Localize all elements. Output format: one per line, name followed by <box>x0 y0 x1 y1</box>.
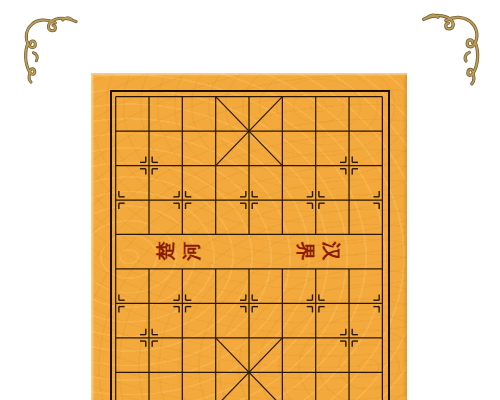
corner-flourish-right <box>418 12 484 87</box>
river-label-chu-he: 楚 河 <box>155 240 201 262</box>
page-background: 楚 河 界 汉 <box>0 0 500 400</box>
river-char: 河 <box>180 241 202 261</box>
corner-flourish-left <box>20 13 81 87</box>
river-char: 汉 <box>321 241 343 261</box>
river-label-han-jie: 界 汉 <box>296 240 342 262</box>
river-char: 界 <box>295 241 317 261</box>
flourish-icon <box>418 12 484 87</box>
river-char: 楚 <box>154 241 176 261</box>
xiangqi-board[interactable]: 楚 河 界 汉 <box>91 73 407 400</box>
flourish-icon <box>20 13 81 87</box>
